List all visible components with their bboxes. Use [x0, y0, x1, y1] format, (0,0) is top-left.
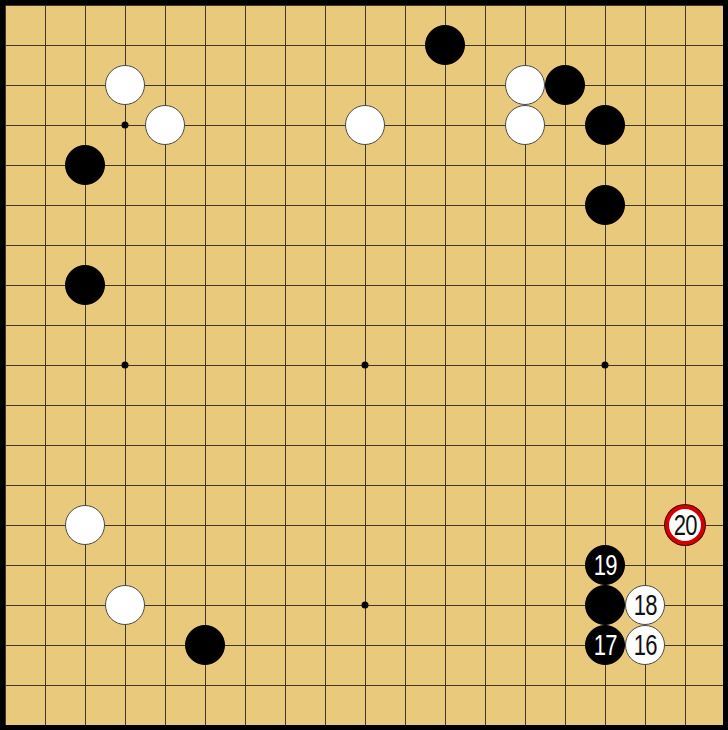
stone-move-18[interactable]: 18	[625, 585, 665, 625]
move-number-label: 16	[633, 631, 656, 660]
grid-line-horizontal	[5, 685, 726, 686]
white-stone[interactable]	[65, 505, 105, 545]
black-stone[interactable]	[585, 105, 625, 145]
hoshi-star-point	[122, 362, 129, 369]
hoshi-star-point	[362, 362, 369, 369]
grid-line-vertical	[5, 5, 6, 726]
stone-move-17[interactable]: 17	[585, 625, 625, 665]
white-stone[interactable]	[505, 105, 545, 145]
move-number-label: 20	[673, 511, 696, 540]
grid-line-vertical	[485, 5, 486, 726]
stone-move-20[interactable]: 20	[665, 505, 705, 545]
grid-line-horizontal	[5, 45, 726, 46]
black-stone[interactable]	[185, 625, 225, 665]
grid-line-vertical	[85, 5, 86, 726]
black-stone[interactable]	[65, 265, 105, 305]
black-stone[interactable]	[585, 185, 625, 225]
go-board[interactable]: 1617181920	[0, 0, 728, 730]
grid-line-horizontal	[5, 405, 726, 406]
grid-line-horizontal	[5, 285, 726, 286]
hoshi-star-point	[602, 362, 609, 369]
black-stone[interactable]	[585, 585, 625, 625]
grid-line-vertical	[285, 5, 286, 726]
black-stone[interactable]	[545, 65, 585, 105]
stone-move-16[interactable]: 16	[625, 625, 665, 665]
white-stone[interactable]	[345, 105, 385, 145]
white-stone[interactable]	[145, 105, 185, 145]
white-stone[interactable]	[105, 65, 145, 105]
grid-line-vertical	[245, 5, 246, 726]
white-stone[interactable]	[505, 65, 545, 105]
grid-line-horizontal	[5, 245, 726, 246]
grid-line-horizontal	[5, 485, 726, 486]
black-stone[interactable]	[65, 145, 105, 185]
grid-line-horizontal	[5, 445, 726, 446]
grid-line-vertical	[565, 5, 566, 726]
grid-line-horizontal	[5, 5, 726, 6]
stone-move-19[interactable]: 19	[585, 545, 625, 585]
grid-line-horizontal	[5, 525, 726, 526]
black-stone[interactable]	[425, 25, 465, 65]
grid-line-vertical	[685, 5, 686, 726]
grid-line-horizontal	[5, 325, 726, 326]
grid-line-vertical	[325, 5, 326, 726]
hoshi-star-point	[122, 122, 129, 129]
grid-line-horizontal	[5, 725, 726, 726]
hoshi-star-point	[362, 602, 369, 609]
grid-line-vertical	[45, 5, 46, 726]
grid-line-horizontal	[5, 165, 726, 166]
move-number-label: 19	[593, 551, 616, 580]
grid-line-horizontal	[5, 365, 726, 366]
grid-line-vertical	[725, 5, 726, 726]
grid-line-vertical	[405, 5, 406, 726]
grid-line-vertical	[205, 5, 206, 726]
move-number-label: 18	[633, 591, 656, 620]
move-number-label: 17	[593, 631, 616, 660]
grid-line-vertical	[445, 5, 446, 726]
white-stone[interactable]	[105, 585, 145, 625]
